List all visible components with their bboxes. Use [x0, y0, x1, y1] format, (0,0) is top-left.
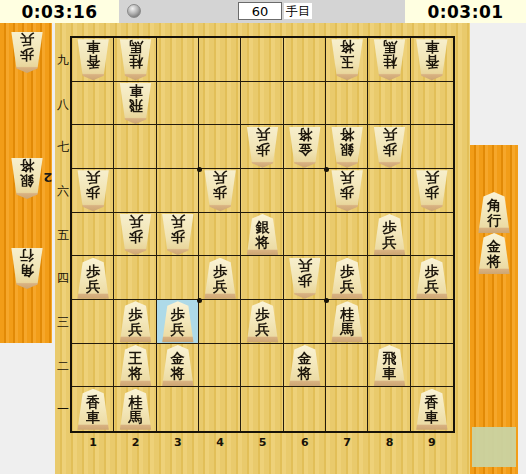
koma-kanji: 金将	[298, 351, 312, 386]
square-4-9[interactable]	[199, 38, 241, 82]
left-player-clock: 0:03:16	[0, 0, 119, 23]
square-2-7[interactable]	[114, 125, 156, 169]
rank-label-2: 二	[56, 359, 70, 373]
koma-kanji: 歩兵	[425, 264, 439, 299]
square-8-4[interactable]	[368, 256, 410, 300]
square-6-6[interactable]	[284, 169, 326, 213]
koma-kanji: 歩兵	[171, 307, 185, 342]
koma-kanji: 香車	[425, 39, 439, 69]
square-5-1[interactable]	[241, 387, 283, 431]
star-point	[197, 298, 202, 303]
stand-marker-area	[472, 427, 516, 467]
file-label-7: 7	[339, 437, 355, 449]
koma-kanji: 銀将	[340, 127, 354, 157]
star-point	[197, 167, 202, 172]
square-9-2[interactable]	[411, 344, 453, 388]
koma-kanji: 歩兵	[213, 264, 227, 299]
square-5-2[interactable]	[241, 344, 283, 388]
rank-label-3: 三	[56, 315, 70, 329]
koma-kanji: 歩兵	[86, 170, 100, 200]
square-8-1[interactable]	[368, 387, 410, 431]
file-label-8: 8	[382, 437, 398, 449]
koma-kanji: 角行	[487, 198, 501, 233]
koma-kanji: 銀将	[256, 220, 270, 255]
square-4-7[interactable]	[199, 125, 241, 169]
koma-kanji: 飛車	[129, 83, 143, 113]
square-1-3[interactable]	[72, 300, 114, 344]
koma-kanji: 歩兵	[86, 264, 100, 299]
rank-label-8: 八	[56, 97, 70, 111]
square-3-7[interactable]	[157, 125, 199, 169]
square-9-3[interactable]	[411, 300, 453, 344]
square-8-6[interactable]	[368, 169, 410, 213]
right-player-clock: 0:03:01	[405, 0, 526, 23]
square-6-1[interactable]	[284, 387, 326, 431]
square-1-7[interactable]	[72, 125, 114, 169]
koma-kanji: 歩兵	[383, 127, 397, 157]
file-label-1: 1	[85, 437, 101, 449]
koma-kanji: 香車	[86, 39, 100, 69]
square-6-9[interactable]	[284, 38, 326, 82]
koma-kanji: 桂馬	[340, 307, 354, 342]
square-9-7[interactable]	[411, 125, 453, 169]
file-label-2: 2	[128, 437, 144, 449]
turn-indicator-orb-icon	[127, 4, 141, 18]
square-7-1[interactable]	[326, 387, 368, 431]
square-8-8[interactable]	[368, 82, 410, 126]
square-5-4[interactable]	[241, 256, 283, 300]
koma-kanji: 歩兵	[256, 307, 270, 342]
square-1-8[interactable]	[72, 82, 114, 126]
square-3-1[interactable]	[157, 387, 199, 431]
koma-kanji: 歩兵	[171, 214, 185, 244]
file-label-4: 4	[212, 437, 228, 449]
square-9-5[interactable]	[411, 213, 453, 257]
rank-label-6: 六	[56, 184, 70, 198]
koma-kanji: 桂馬	[129, 39, 143, 69]
koma-kanji: 歩兵	[129, 307, 143, 342]
koma-kanji: 玉将	[340, 39, 354, 69]
koma-kanji: 桂馬	[383, 39, 397, 69]
square-7-8[interactable]	[326, 82, 368, 126]
koma-kanji: 歩兵	[383, 220, 397, 255]
koma-kanji: 歩兵	[340, 264, 354, 299]
square-2-6[interactable]	[114, 169, 156, 213]
hand-piece-count: 2	[42, 170, 54, 185]
square-1-5[interactable]	[72, 213, 114, 257]
square-7-2[interactable]	[326, 344, 368, 388]
square-6-5[interactable]	[284, 213, 326, 257]
square-9-8[interactable]	[411, 82, 453, 126]
square-7-5[interactable]	[326, 213, 368, 257]
koma-kanji: 桂馬	[129, 395, 143, 430]
square-3-8[interactable]	[157, 82, 199, 126]
koma-kanji: 歩兵	[425, 170, 439, 200]
file-label-6: 6	[297, 437, 313, 449]
koma-kanji: 歩兵	[256, 127, 270, 157]
koma-kanji: 歩兵	[298, 258, 312, 288]
koma-kanji: 歩兵	[129, 214, 143, 244]
square-4-8[interactable]	[199, 82, 241, 126]
square-4-5[interactable]	[199, 213, 241, 257]
rank-label-4: 四	[56, 271, 70, 285]
koma-kanji: 金将	[298, 127, 312, 157]
file-label-3: 3	[170, 437, 186, 449]
koma-kanji: 角行	[20, 248, 34, 278]
square-4-3[interactable]	[199, 300, 241, 344]
move-number-label: 手目	[284, 3, 312, 19]
star-point	[324, 298, 329, 303]
square-5-9[interactable]	[241, 38, 283, 82]
square-3-6[interactable]	[157, 169, 199, 213]
square-2-4[interactable]	[114, 256, 156, 300]
rank-label-5: 五	[56, 228, 70, 242]
square-8-3[interactable]	[368, 300, 410, 344]
square-1-2[interactable]	[72, 344, 114, 388]
file-label-9: 9	[424, 437, 440, 449]
square-3-9[interactable]	[157, 38, 199, 82]
koma-kanji: 金将	[171, 351, 185, 386]
square-6-3[interactable]	[284, 300, 326, 344]
move-number-input[interactable]	[238, 2, 282, 20]
star-point	[324, 167, 329, 172]
rank-label-7: 七	[56, 140, 70, 154]
koma-kanji: 飛車	[383, 351, 397, 386]
square-5-6[interactable]	[241, 169, 283, 213]
shogi-board: 香車桂馬玉将桂馬香車飛車歩兵金将銀将歩兵歩兵歩兵歩兵歩兵歩兵歩兵銀将歩兵歩兵歩兵…	[55, 23, 470, 474]
file-label-5: 5	[255, 437, 271, 449]
koma-kanji: 香車	[425, 395, 439, 430]
square-6-8[interactable]	[284, 82, 326, 126]
rank-label-1: 一	[56, 402, 70, 416]
koma-kanji: 金将	[487, 239, 501, 274]
koma-kanji: 歩兵	[340, 170, 354, 200]
koma-kanji: 王将	[129, 351, 143, 386]
rank-label-9: 九	[56, 53, 70, 67]
koma-kanji: 歩兵	[213, 170, 227, 200]
square-4-1[interactable]	[199, 387, 241, 431]
square-3-4[interactable]	[157, 256, 199, 300]
left-clock-time: 0:03:16	[21, 2, 97, 22]
right-clock-time: 0:03:01	[427, 2, 503, 22]
koma-kanji: 歩兵	[20, 32, 34, 62]
koma-kanji: 銀将	[20, 158, 34, 188]
square-4-2[interactable]	[199, 344, 241, 388]
shogi-app-window: 0:03:16 手目 0:03:01 香車桂馬玉将桂馬香車飛車歩兵金将銀将歩兵歩…	[0, 0, 526, 474]
koma-kanji: 香車	[86, 395, 100, 430]
square-5-8[interactable]	[241, 82, 283, 126]
